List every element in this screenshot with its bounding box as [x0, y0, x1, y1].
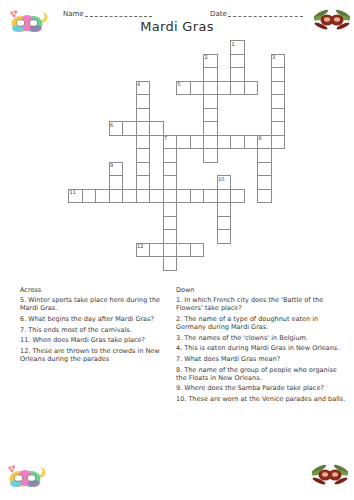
grid-cell-r7c14[interactable]: 8 — [257, 135, 272, 150]
down-heading: Down — [176, 286, 348, 294]
down-clues-section: Down 1. In which French city does the 'B… — [176, 286, 348, 406]
grid-cell-r11c10[interactable] — [203, 189, 218, 204]
across-clue-6: 6. What begins the day after Mardi Gras? — [20, 315, 174, 323]
grid-cell-r12c7[interactable] — [163, 202, 178, 217]
clue-number-4: 4 — [137, 82, 149, 87]
date-fill-line[interactable] — [228, 6, 303, 17]
down-clue-8: 8. The name of the group of people who o… — [176, 366, 348, 382]
grid-cell-r6c5[interactable] — [136, 121, 151, 136]
carnival-mask-feather-icon — [312, 461, 348, 489]
grid-cell-r8c5[interactable] — [136, 148, 151, 163]
name-label: Name — [63, 10, 84, 18]
grid-cell-r3c13[interactable] — [244, 81, 259, 96]
across-heading: Across — [20, 286, 174, 294]
grid-cell-r15c7[interactable] — [163, 243, 178, 258]
down-clue-list: 1. In which French city does the 'Battle… — [176, 296, 348, 403]
grid-cell-r10c5[interactable] — [136, 175, 151, 190]
clue-number-12: 12 — [137, 244, 149, 249]
date-label: Date — [210, 10, 227, 18]
grid-cell-r9c14[interactable] — [257, 162, 272, 177]
clue-number-9: 9 — [110, 163, 122, 168]
grid-cell-r10c11[interactable]: 10 — [217, 175, 232, 190]
grid-cell-r7c9[interactable] — [190, 135, 205, 150]
crossword-grid: 123456789101112 — [68, 40, 286, 271]
grid-cell-r1c12[interactable] — [230, 54, 245, 69]
grid-cell-r11c4[interactable] — [122, 189, 137, 204]
grid-cell-r15c5[interactable]: 12 — [136, 243, 151, 258]
grid-cell-r4c15[interactable] — [271, 94, 286, 109]
clue-number-6: 6 — [110, 123, 122, 128]
grid-cell-r3c5[interactable]: 4 — [136, 81, 151, 96]
grid-cell-r11c6[interactable] — [149, 189, 164, 204]
grid-cell-r3c9[interactable] — [190, 81, 205, 96]
clue-number-3: 3 — [272, 55, 284, 60]
down-clue-7: 7. What does Mardi Gras mean? — [176, 355, 348, 363]
grid-cell-r15c6[interactable] — [149, 243, 164, 258]
page-title: Mardi Gras — [0, 19, 354, 34]
down-clue-3: 3. The names of the 'clowns' in Belgium. — [176, 334, 348, 342]
grid-cell-r3c8[interactable]: 5 — [176, 81, 191, 96]
clue-number-5: 5 — [178, 82, 190, 87]
grid-cell-r11c2[interactable] — [95, 189, 110, 204]
grid-cell-r2c12[interactable] — [230, 67, 245, 82]
down-clue-4: 4. This is eaten during Mardi Gras in Ne… — [176, 344, 348, 352]
across-clue-12: 12. These are thrown to the crowds in Ne… — [20, 347, 174, 363]
across-clues-section: Across 5. Winter sports take place here … — [20, 286, 174, 366]
grid-cell-r11c12[interactable] — [230, 189, 245, 204]
clue-number-1: 1 — [232, 42, 244, 47]
name-fill-line[interactable] — [85, 6, 152, 17]
grid-cell-r1c15[interactable]: 3 — [271, 54, 286, 69]
grid-cell-r10c7[interactable] — [163, 175, 178, 190]
grid-cell-r11c14[interactable] — [257, 189, 272, 204]
grid-cell-r7c10[interactable] — [203, 135, 218, 150]
across-clue-7: 7. This ends most of the carnivals. — [20, 326, 174, 334]
grid-cell-r6c15[interactable] — [271, 121, 286, 136]
grid-cell-r15c8[interactable] — [176, 243, 191, 258]
grid-cell-r7c11[interactable] — [217, 135, 232, 150]
across-clue-5: 5. Winter sports take place here during … — [20, 296, 174, 312]
clue-number-10: 10 — [218, 177, 230, 182]
clue-number-8: 8 — [259, 136, 271, 141]
grid-cell-r4c10[interactable] — [203, 94, 218, 109]
grid-cell-r7c15[interactable] — [271, 135, 286, 150]
clue-number-2: 2 — [205, 55, 217, 60]
clue-number-7: 7 — [164, 136, 176, 141]
down-clue-10: 10. These are worn at the Venice parades… — [176, 395, 348, 403]
grid-cell-r13c7[interactable] — [163, 216, 178, 231]
grid-cell-r8c10[interactable] — [203, 148, 218, 163]
grid-cell-r12c11[interactable] — [217, 202, 232, 217]
grid-cell-r11c3[interactable] — [109, 189, 124, 204]
clue-number-11: 11 — [70, 190, 82, 195]
grid-cell-r6c6[interactable] — [149, 121, 164, 136]
grid-cell-r7c5[interactable] — [136, 135, 151, 150]
grid-cell-r2c15[interactable] — [271, 67, 286, 82]
grid-cell-r11c11[interactable] — [217, 189, 232, 204]
grid-cell-r11c5[interactable] — [136, 189, 151, 204]
grid-cell-r3c12[interactable] — [230, 81, 245, 96]
grid-cell-r2c10[interactable] — [203, 67, 218, 82]
grid-cell-r6c3[interactable]: 6 — [109, 121, 124, 136]
grid-cell-r9c5[interactable] — [136, 162, 151, 177]
down-clue-1: 1. In which French city does the 'Battle… — [176, 296, 348, 312]
grid-cell-r11c1[interactable] — [82, 189, 97, 204]
grid-cell-r13c11[interactable] — [217, 216, 232, 231]
grid-cell-r16c7[interactable] — [163, 256, 178, 271]
grid-cell-r11c0[interactable]: 11 — [68, 189, 83, 204]
grid-cell-r6c4[interactable] — [122, 121, 137, 136]
grid-cell-r7c12[interactable] — [230, 135, 245, 150]
grid-cell-r11c9[interactable] — [190, 189, 205, 204]
grid-cell-r14c7[interactable] — [163, 229, 178, 244]
across-clue-11: 11. When does Mardi Gras take place? — [20, 336, 174, 344]
grid-cell-r3c15[interactable] — [271, 81, 286, 96]
grid-cell-r8c7[interactable] — [163, 148, 178, 163]
down-clue-2: 2. The name of a type of doughnut eaten … — [176, 315, 348, 331]
grid-cell-r7c13[interactable] — [244, 135, 259, 150]
grid-cell-r15c9[interactable] — [190, 243, 205, 258]
grid-cell-r7c8[interactable] — [176, 135, 191, 150]
grid-cell-r9c3[interactable]: 9 — [109, 162, 124, 177]
grid-cell-r10c14[interactable] — [257, 175, 272, 190]
grid-cell-r11c7[interactable] — [163, 189, 178, 204]
grid-cell-r0c12[interactable]: 1 — [230, 40, 245, 55]
grid-cell-r10c3[interactable] — [109, 175, 124, 190]
grid-cell-r8c14[interactable] — [257, 148, 272, 163]
grid-cell-r6c10[interactable] — [203, 121, 218, 136]
grid-cell-r1c10[interactable]: 2 — [203, 54, 218, 69]
grid-cell-r5c10[interactable] — [203, 108, 218, 123]
grid-cell-r11c8[interactable] — [176, 189, 191, 204]
grid-cell-r3c11[interactable] — [217, 81, 232, 96]
grid-cell-r9c7[interactable] — [163, 162, 178, 177]
grid-cell-r4c5[interactable] — [136, 94, 151, 109]
grid-cell-r14c11[interactable] — [217, 229, 232, 244]
grid-cell-r5c5[interactable] — [136, 108, 151, 123]
across-clue-list: 5. Winter sports take place here during … — [20, 296, 174, 363]
grid-cell-r7c7[interactable]: 7 — [163, 135, 178, 150]
carnival-mask-colorful-icon — [6, 464, 46, 490]
grid-cell-r5c15[interactable] — [271, 108, 286, 123]
down-clue-9: 9. Where does the Samba Parade take plac… — [176, 384, 348, 392]
grid-cell-r3c10[interactable] — [203, 81, 218, 96]
